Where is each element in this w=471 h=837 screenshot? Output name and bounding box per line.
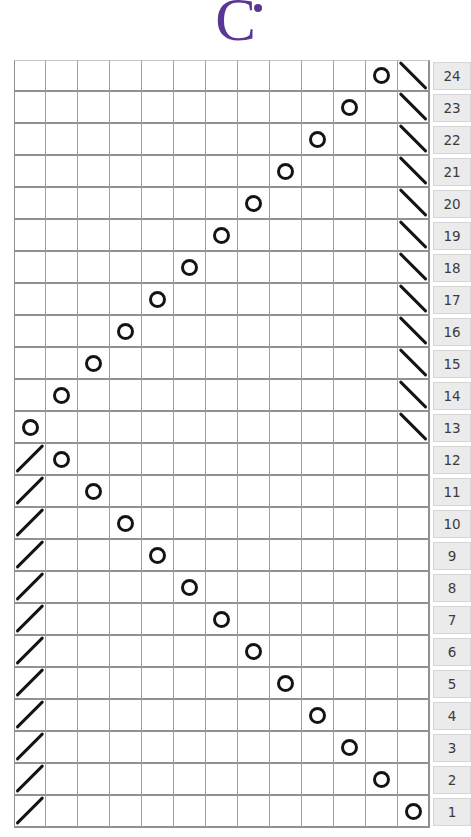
cell-r5c9 (270, 668, 302, 700)
cell-r3c13 (398, 732, 430, 764)
cell-r23c1 (14, 92, 46, 124)
cell-r10c1 (14, 508, 46, 540)
cell-r7c11 (334, 604, 366, 636)
cell-r19c4 (110, 220, 142, 252)
cell-r14c1 (14, 380, 46, 412)
chart-row-12: 12 (14, 444, 471, 476)
cell-r24c12 (366, 60, 398, 92)
cell-r12c10 (302, 444, 334, 476)
row-number-cell-21: 21 (430, 156, 471, 188)
yarn-over-icon (309, 707, 326, 724)
row-number-22: 22 (433, 126, 471, 154)
cell-r22c10 (302, 124, 334, 156)
k2tog-icon (15, 796, 44, 825)
row-number-cell-18: 18 (430, 252, 471, 284)
cell-r3c4 (110, 732, 142, 764)
cell-r11c10 (302, 476, 334, 508)
row-number-4: 4 (433, 702, 471, 730)
cell-r16c8 (238, 316, 270, 348)
row-number-7: 7 (433, 606, 471, 634)
cell-r22c1 (14, 124, 46, 156)
cell-r12c13 (398, 444, 430, 476)
cell-r3c6 (174, 732, 206, 764)
ssk-icon (398, 284, 427, 313)
cell-r16c4 (110, 316, 142, 348)
yarn-over-icon (149, 547, 166, 564)
cell-r23c7 (206, 92, 238, 124)
cell-r9c6 (174, 540, 206, 572)
cell-r7c12 (366, 604, 398, 636)
cell-r2c1 (14, 764, 46, 796)
row-number-cell-19: 19 (430, 220, 471, 252)
cell-r22c13 (398, 124, 430, 156)
cell-r16c1 (14, 316, 46, 348)
row-number-cell-15: 15 (430, 348, 471, 380)
row-number-cell-1: 1 (430, 796, 471, 828)
cell-r16c11 (334, 316, 366, 348)
cell-r3c9 (270, 732, 302, 764)
cell-r6c4 (110, 636, 142, 668)
chart-row-13: 13 (14, 412, 471, 444)
chart-row-11: 11 (14, 476, 471, 508)
yarn-over-icon (277, 675, 294, 692)
cell-r15c7 (206, 348, 238, 380)
yarn-over-icon (117, 323, 134, 340)
cell-r20c7 (206, 188, 238, 220)
row-number-cell-4: 4 (430, 700, 471, 732)
cell-r21c11 (334, 156, 366, 188)
cell-r19c9 (270, 220, 302, 252)
cell-r10c6 (174, 508, 206, 540)
cell-r4c7 (206, 700, 238, 732)
cell-r10c9 (270, 508, 302, 540)
cell-r23c9 (270, 92, 302, 124)
cell-r4c2 (46, 700, 78, 732)
cell-r22c2 (46, 124, 78, 156)
cell-r9c8 (238, 540, 270, 572)
cell-r9c11 (334, 540, 366, 572)
cell-r1c6 (174, 796, 206, 828)
k2tog-icon (15, 476, 44, 505)
cell-r14c7 (206, 380, 238, 412)
row-number-cell-9: 9 (430, 540, 471, 572)
chart-row-7: 7 (14, 604, 471, 636)
ssk-icon (398, 188, 427, 217)
cell-r19c13 (398, 220, 430, 252)
k2tog-icon (15, 764, 44, 793)
cell-r11c2 (46, 476, 78, 508)
cell-r10c7 (206, 508, 238, 540)
cell-r15c11 (334, 348, 366, 380)
row-number-20: 20 (433, 190, 471, 218)
row-number-14: 14 (433, 382, 471, 410)
cell-r21c9 (270, 156, 302, 188)
cell-r13c2 (46, 412, 78, 444)
cell-r13c4 (110, 412, 142, 444)
chart-row-18: 18 (14, 252, 471, 284)
cell-r21c1 (14, 156, 46, 188)
cell-r7c13 (398, 604, 430, 636)
cell-r10c13 (398, 508, 430, 540)
cell-r2c13 (398, 764, 430, 796)
cell-r15c1 (14, 348, 46, 380)
cell-r20c9 (270, 188, 302, 220)
cell-r17c8 (238, 284, 270, 316)
cell-r19c10 (302, 220, 334, 252)
row-number-1: 1 (433, 798, 471, 826)
yarn-over-icon (117, 515, 134, 532)
cell-r19c5 (142, 220, 174, 252)
cell-r14c11 (334, 380, 366, 412)
cell-r23c6 (174, 92, 206, 124)
chart-grid: 242322212019181716151413121110987654321 (14, 60, 471, 828)
ssk-icon (398, 156, 427, 185)
cell-r9c3 (78, 540, 110, 572)
cell-r6c1 (14, 636, 46, 668)
chart-row-17: 17 (14, 284, 471, 316)
cell-r20c3 (78, 188, 110, 220)
yarn-over-icon (341, 99, 358, 116)
cell-r18c10 (302, 252, 334, 284)
cell-r20c11 (334, 188, 366, 220)
row-number-5: 5 (433, 670, 471, 698)
ssk-icon (398, 220, 427, 249)
cell-r23c12 (366, 92, 398, 124)
cell-r1c11 (334, 796, 366, 828)
cell-r2c2 (46, 764, 78, 796)
row-number-12: 12 (433, 446, 471, 474)
cell-r16c6 (174, 316, 206, 348)
cell-r2c4 (110, 764, 142, 796)
row-number-cell-23: 23 (430, 92, 471, 124)
cell-r22c8 (238, 124, 270, 156)
row-number-6: 6 (433, 638, 471, 666)
cell-r10c5 (142, 508, 174, 540)
cell-r7c3 (78, 604, 110, 636)
cell-r16c2 (46, 316, 78, 348)
cell-r5c10 (302, 668, 334, 700)
cell-r10c3 (78, 508, 110, 540)
cell-r8c8 (238, 572, 270, 604)
cell-r18c4 (110, 252, 142, 284)
cell-r10c8 (238, 508, 270, 540)
cell-r18c8 (238, 252, 270, 284)
cell-r13c5 (142, 412, 174, 444)
cell-r10c11 (334, 508, 366, 540)
row-number-cell-11: 11 (430, 476, 471, 508)
cell-r21c8 (238, 156, 270, 188)
row-number-cell-24: 24 (430, 60, 471, 92)
cell-r15c4 (110, 348, 142, 380)
cell-r15c6 (174, 348, 206, 380)
yarn-over-icon (373, 771, 390, 788)
cell-r22c4 (110, 124, 142, 156)
cell-r8c7 (206, 572, 238, 604)
row-number-cell-2: 2 (430, 764, 471, 796)
chart-row-15: 15 (14, 348, 471, 380)
cell-r9c10 (302, 540, 334, 572)
cell-r5c1 (14, 668, 46, 700)
cell-r6c12 (366, 636, 398, 668)
cell-r2c10 (302, 764, 334, 796)
cell-r8c13 (398, 572, 430, 604)
cell-r19c1 (14, 220, 46, 252)
yarn-over-icon (149, 291, 166, 308)
cell-r20c10 (302, 188, 334, 220)
cell-r23c3 (78, 92, 110, 124)
cell-r4c1 (14, 700, 46, 732)
cell-r8c3 (78, 572, 110, 604)
cell-r23c4 (110, 92, 142, 124)
chart-row-20: 20 (14, 188, 471, 220)
cell-r1c4 (110, 796, 142, 828)
chart-row-21: 21 (14, 156, 471, 188)
cell-r10c12 (366, 508, 398, 540)
chart-row-24: 24 (14, 60, 471, 92)
cell-r13c11 (334, 412, 366, 444)
cell-r24c1 (14, 60, 46, 92)
cell-r4c3 (78, 700, 110, 732)
cell-r9c5 (142, 540, 174, 572)
cell-r17c6 (174, 284, 206, 316)
cell-r6c5 (142, 636, 174, 668)
cell-r8c5 (142, 572, 174, 604)
row-number-cell-3: 3 (430, 732, 471, 764)
cell-r1c10 (302, 796, 334, 828)
chart-row-9: 9 (14, 540, 471, 572)
cell-r15c10 (302, 348, 334, 380)
cell-r14c8 (238, 380, 270, 412)
cell-r22c3 (78, 124, 110, 156)
cell-r18c9 (270, 252, 302, 284)
cell-r20c2 (46, 188, 78, 220)
cell-r5c8 (238, 668, 270, 700)
cell-r7c9 (270, 604, 302, 636)
cell-r3c11 (334, 732, 366, 764)
cell-r14c12 (366, 380, 398, 412)
cell-r11c4 (110, 476, 142, 508)
row-number-23: 23 (433, 94, 471, 122)
cell-r8c10 (302, 572, 334, 604)
cell-r5c7 (206, 668, 238, 700)
k2tog-icon (15, 668, 44, 697)
cell-r5c5 (142, 668, 174, 700)
cell-r9c1 (14, 540, 46, 572)
cell-r4c13 (398, 700, 430, 732)
cell-r4c11 (334, 700, 366, 732)
cell-r24c10 (302, 60, 334, 92)
cell-r1c5 (142, 796, 174, 828)
chart-title-letter: C (215, 0, 256, 50)
k2tog-icon (15, 540, 44, 569)
cell-r14c4 (110, 380, 142, 412)
k2tog-icon (15, 604, 44, 633)
yarn-over-icon (213, 227, 230, 244)
ssk-icon (398, 92, 427, 121)
cell-r12c8 (238, 444, 270, 476)
chart-row-10: 10 (14, 508, 471, 540)
cell-r11c13 (398, 476, 430, 508)
cell-r22c6 (174, 124, 206, 156)
cell-r12c5 (142, 444, 174, 476)
cell-r20c1 (14, 188, 46, 220)
cell-r9c12 (366, 540, 398, 572)
cell-r20c12 (366, 188, 398, 220)
chart-row-5: 5 (14, 668, 471, 700)
cell-r18c5 (142, 252, 174, 284)
cell-r14c9 (270, 380, 302, 412)
k2tog-icon (15, 508, 44, 537)
cell-r13c12 (366, 412, 398, 444)
yarn-over-icon (277, 163, 294, 180)
cell-r24c3 (78, 60, 110, 92)
yarn-over-icon (245, 195, 262, 212)
cell-r11c5 (142, 476, 174, 508)
ssk-icon (398, 61, 427, 90)
yarn-over-icon (373, 67, 390, 84)
cell-r9c9 (270, 540, 302, 572)
cell-r7c10 (302, 604, 334, 636)
cell-r21c6 (174, 156, 206, 188)
cell-r5c4 (110, 668, 142, 700)
cell-r3c7 (206, 732, 238, 764)
row-number-10: 10 (433, 510, 471, 538)
cell-r4c10 (302, 700, 334, 732)
cell-r3c5 (142, 732, 174, 764)
chart-row-16: 16 (14, 316, 471, 348)
cell-r17c1 (14, 284, 46, 316)
k2tog-icon (15, 444, 44, 473)
cell-r13c8 (238, 412, 270, 444)
row-number-24: 24 (433, 62, 471, 90)
yarn-over-icon (245, 643, 262, 660)
cell-r1c8 (238, 796, 270, 828)
cell-r8c6 (174, 572, 206, 604)
cell-r21c10 (302, 156, 334, 188)
ssk-icon (398, 252, 427, 281)
row-number-3: 3 (433, 734, 471, 762)
cell-r12c1 (14, 444, 46, 476)
cell-r17c12 (366, 284, 398, 316)
cell-r17c3 (78, 284, 110, 316)
row-number-cell-7: 7 (430, 604, 471, 636)
ssk-icon (398, 316, 427, 345)
cell-r8c12 (366, 572, 398, 604)
cell-r7c4 (110, 604, 142, 636)
cell-r12c12 (366, 444, 398, 476)
cell-r17c7 (206, 284, 238, 316)
cell-r14c2 (46, 380, 78, 412)
cell-r13c10 (302, 412, 334, 444)
cell-r16c3 (78, 316, 110, 348)
cell-r15c3 (78, 348, 110, 380)
ssk-icon (398, 348, 427, 377)
cell-r4c12 (366, 700, 398, 732)
cell-r2c6 (174, 764, 206, 796)
cell-r15c9 (270, 348, 302, 380)
cell-r24c4 (110, 60, 142, 92)
cell-r19c3 (78, 220, 110, 252)
row-number-8: 8 (433, 574, 471, 602)
cell-r15c2 (46, 348, 78, 380)
cell-r11c1 (14, 476, 46, 508)
cell-r13c13 (398, 412, 430, 444)
row-number-16: 16 (433, 318, 471, 346)
ssk-icon (398, 124, 427, 153)
chart-row-3: 3 (14, 732, 471, 764)
chart-row-1: 1 (14, 796, 471, 828)
cell-r6c7 (206, 636, 238, 668)
cell-r19c8 (238, 220, 270, 252)
cell-r20c8 (238, 188, 270, 220)
cell-r6c11 (334, 636, 366, 668)
row-number-cell-8: 8 (430, 572, 471, 604)
cell-r3c10 (302, 732, 334, 764)
cell-r18c7 (206, 252, 238, 284)
cell-r7c7 (206, 604, 238, 636)
chart-row-2: 2 (14, 764, 471, 796)
cell-r1c7 (206, 796, 238, 828)
cell-r23c11 (334, 92, 366, 124)
cell-r19c6 (174, 220, 206, 252)
cell-r20c13 (398, 188, 430, 220)
row-number-cell-14: 14 (430, 380, 471, 412)
yarn-over-icon (213, 611, 230, 628)
cell-r19c12 (366, 220, 398, 252)
cell-r18c11 (334, 252, 366, 284)
cell-r10c2 (46, 508, 78, 540)
cell-r15c8 (238, 348, 270, 380)
cell-r11c11 (334, 476, 366, 508)
cell-r9c2 (46, 540, 78, 572)
cell-r17c11 (334, 284, 366, 316)
row-number-18: 18 (433, 254, 471, 282)
cell-r12c7 (206, 444, 238, 476)
cell-r22c12 (366, 124, 398, 156)
cell-r22c7 (206, 124, 238, 156)
chart-row-14: 14 (14, 380, 471, 412)
cell-r5c12 (366, 668, 398, 700)
cell-r24c11 (334, 60, 366, 92)
cell-r16c7 (206, 316, 238, 348)
cell-r24c2 (46, 60, 78, 92)
cell-r16c10 (302, 316, 334, 348)
ssk-icon (398, 412, 427, 441)
cell-r11c9 (270, 476, 302, 508)
cell-r12c9 (270, 444, 302, 476)
cell-r2c3 (78, 764, 110, 796)
cell-r12c11 (334, 444, 366, 476)
cell-r13c7 (206, 412, 238, 444)
k2tog-icon (15, 700, 44, 729)
cell-r1c3 (78, 796, 110, 828)
cell-r17c2 (46, 284, 78, 316)
row-number-13: 13 (433, 414, 471, 442)
cell-r7c2 (46, 604, 78, 636)
cell-r13c3 (78, 412, 110, 444)
yarn-over-icon (85, 355, 102, 372)
cell-r15c12 (366, 348, 398, 380)
cell-r5c13 (398, 668, 430, 700)
row-number-19: 19 (433, 222, 471, 250)
cell-r2c7 (206, 764, 238, 796)
cell-r13c9 (270, 412, 302, 444)
cell-r12c4 (110, 444, 142, 476)
cell-r6c13 (398, 636, 430, 668)
cell-r13c1 (14, 412, 46, 444)
cell-r7c6 (174, 604, 206, 636)
cell-r23c10 (302, 92, 334, 124)
